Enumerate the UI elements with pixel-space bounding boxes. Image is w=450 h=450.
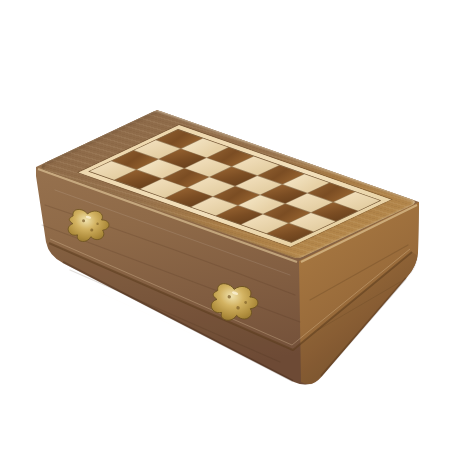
product-photo	[0, 0, 450, 450]
